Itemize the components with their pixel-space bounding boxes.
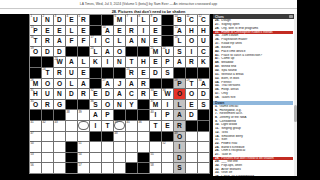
grid-cell[interactable]: 31H [30, 89, 41, 99]
grid-cell[interactable]: 10B [174, 15, 185, 25]
black-square [102, 68, 113, 78]
grid-cell[interactable]: 3D [54, 15, 65, 25]
clue-item[interactable]: 58. Takes five [213, 96, 293, 100]
clue-item[interactable]: 34. Clean, as a whiteboard [213, 175, 293, 176]
black-square [30, 57, 41, 67]
black-square [114, 110, 125, 120]
cell-number: 54 [78, 153, 81, 156]
grid-cell[interactable] [126, 142, 137, 152]
grid-cell[interactable]: T [150, 121, 161, 131]
grid-cell[interactable]: 30A [198, 79, 209, 89]
grid-cell[interactable]: T [102, 121, 113, 131]
cell-letter: U [201, 38, 206, 45]
grid-cell[interactable]: R [42, 100, 53, 110]
grid-cell[interactable]: 41 [30, 121, 41, 131]
cell-letter: R [177, 123, 182, 130]
grid-cell[interactable] [186, 132, 197, 142]
cell-letter: I [167, 102, 169, 109]
cell-letter: I [143, 28, 145, 35]
grid-cell[interactable]: D [198, 89, 209, 99]
grid-cell[interactable]: P [162, 57, 173, 67]
grid-cell[interactable]: L [66, 79, 77, 89]
grid-cell[interactable]: K [198, 57, 209, 67]
cell-letter: O [189, 91, 194, 98]
cell-letter: Y [129, 102, 133, 109]
cell-letter: N [117, 102, 122, 109]
cell-letter: J [118, 81, 122, 88]
black-square [198, 110, 209, 120]
cell-number: 17 [90, 36, 93, 39]
panel-menu-icon[interactable] [289, 15, 293, 18]
black-square [54, 110, 65, 120]
title-bar: LA Times, Wed, Jul 3, 2024 (Volume 5 (be… [0, 0, 297, 9]
black-square [30, 110, 41, 120]
grid-cell[interactable] [138, 132, 149, 142]
cell-letter: I [95, 123, 97, 130]
grid-cell[interactable]: I [90, 121, 101, 131]
grid-cell[interactable] [198, 142, 209, 152]
cell-letter: R [141, 91, 146, 98]
cell-number: 57 [78, 164, 81, 167]
cell-letter: T [45, 70, 49, 77]
cell-number: 36 [90, 100, 93, 103]
cell-letter: N [117, 59, 122, 66]
grid-cell[interactable]: T [126, 57, 137, 67]
cell-number: 19 [30, 47, 33, 50]
cell-number: 3 [54, 15, 56, 18]
cell-number: 15 [174, 26, 177, 29]
cell-letter: H [141, 59, 146, 66]
grid-cell[interactable]: 38 [66, 110, 77, 120]
cell-letter: R [57, 70, 62, 77]
grid-cell[interactable] [102, 163, 113, 173]
grid-cell[interactable]: N [138, 36, 149, 46]
grid-cell[interactable]: F [78, 36, 89, 46]
grid-cell[interactable] [114, 142, 125, 152]
cell-number: 51 [78, 142, 81, 145]
grid-cell[interactable]: H [138, 57, 149, 67]
grid-cell[interactable]: 5R [78, 15, 89, 25]
grid-cell[interactable]: 25R [126, 68, 137, 78]
grid-cell[interactable]: 9D [150, 15, 161, 25]
grid-cell[interactable]: E [150, 26, 161, 36]
grid-cell[interactable]: 14A [102, 26, 113, 36]
grid-cell[interactable]: 6M [114, 15, 125, 25]
cell-number: 45 [126, 121, 129, 124]
cell-letter: H [33, 91, 38, 98]
grid-cell[interactable]: A [102, 47, 113, 57]
cell-letter: O [117, 49, 122, 56]
black-square [66, 163, 77, 173]
grid-cell[interactable]: 35O [30, 100, 41, 110]
cell-letter: R [45, 102, 50, 109]
grid-cell[interactable]: 27A [102, 79, 113, 89]
grid-cell[interactable]: I [162, 100, 173, 110]
grid-cell[interactable]: 12C [198, 15, 209, 25]
grid-cell[interactable] [162, 153, 173, 163]
cell-letter: E [153, 91, 157, 98]
cell-letter: U [33, 17, 38, 24]
grid-cell[interactable]: U [198, 36, 209, 46]
grid-cell[interactable] [198, 132, 209, 142]
grid-cell[interactable]: A [174, 110, 185, 120]
grid-cell[interactable]: F [66, 36, 77, 46]
grid-cell[interactable] [66, 121, 77, 131]
cell-number: 4 [66, 15, 68, 18]
grid-cell[interactable]: 11C [186, 15, 197, 25]
grid-cell[interactable]: R [186, 57, 197, 67]
grid-cell[interactable] [54, 132, 65, 142]
grid-cell[interactable]: D [150, 68, 161, 78]
cell-number: 16 [30, 36, 33, 39]
cell-number: 1 [30, 15, 32, 18]
grid-cell[interactable]: A [90, 110, 101, 120]
cell-letter: E [165, 123, 169, 130]
grid-cell[interactable]: S [174, 47, 185, 57]
grid-cell[interactable]: A [54, 36, 65, 46]
grid-cell[interactable]: R [138, 89, 149, 99]
cell-letter: R [81, 17, 86, 24]
grid-cell[interactable] [162, 163, 173, 173]
grid-cell[interactable]: O [102, 100, 113, 110]
grid-cell[interactable]: L [66, 26, 77, 36]
cell-number: 52 [162, 142, 165, 145]
cell-number: 27 [102, 79, 105, 82]
clue-panel-header-label: Clues [213, 15, 224, 19]
grid-cell[interactable]: E [162, 121, 173, 131]
grid-cell[interactable]: A [114, 89, 125, 99]
black-square [198, 121, 209, 131]
cell-letter: D [45, 49, 50, 56]
grid-cell[interactable]: R [78, 89, 89, 99]
grid-cell[interactable]: A [78, 79, 89, 89]
cell-letter: U [45, 91, 50, 98]
grid-cell[interactable]: 8L [138, 15, 149, 25]
clue-panel[interactable]: Clues 26. Dough27. Slightly open28. Org.… [213, 14, 297, 176]
grid-cell[interactable]: E [150, 57, 161, 67]
grid-cell[interactable]: E [54, 26, 65, 36]
grid-cell[interactable]: R [138, 79, 149, 89]
grid-cell[interactable] [198, 153, 209, 163]
grid-cell[interactable]: 48 [114, 132, 125, 142]
grid-cell[interactable]: 47 [30, 132, 41, 142]
grid-cell[interactable] [102, 153, 113, 163]
grid-cell[interactable] [42, 142, 53, 152]
grid-cell[interactable]: R [126, 26, 137, 36]
crossword-grid[interactable]: 1U2N3D4E5R6M7I8L9D10B11C12C13PEELE14AERI… [29, 14, 210, 174]
cell-letter: A [129, 81, 134, 88]
grid-cell[interactable] [138, 142, 149, 152]
grid-cell[interactable]: O [114, 47, 125, 57]
grid-cell[interactable] [114, 163, 125, 173]
grid-cell[interactable]: 51 [78, 142, 89, 152]
black-square [90, 79, 101, 89]
grid-cell[interactable]: K [90, 57, 101, 67]
black-square [90, 15, 101, 25]
grid-cell[interactable]: E [114, 26, 125, 36]
grid-cell[interactable] [114, 153, 125, 163]
grid-cell[interactable]: 43 [54, 121, 65, 131]
grid-cell[interactable]: P [162, 110, 173, 120]
grid-cell[interactable]: D [174, 153, 185, 163]
cell-number: 48 [114, 132, 117, 135]
grid-cell[interactable]: 36S [90, 100, 101, 110]
cell-letter: L [69, 81, 73, 88]
grid-cell[interactable]: 29T [186, 79, 197, 89]
cell-number: 41 [30, 121, 33, 124]
cell-letter: E [57, 28, 61, 35]
grid-cell[interactable]: U [66, 68, 77, 78]
cell-letter: A [93, 112, 98, 119]
grid-cell[interactable]: O [174, 89, 185, 99]
grid-cell[interactable] [54, 142, 65, 152]
grid-cell[interactable]: 53 [30, 153, 41, 163]
grid-cell[interactable] [198, 163, 209, 173]
grid-cell[interactable]: E [78, 26, 89, 36]
cell-number: 32 [90, 89, 93, 92]
grid-cell[interactable] [126, 153, 137, 163]
cell-number: 43 [54, 121, 57, 124]
grid-cell[interactable]: D [54, 47, 65, 57]
grid-cell[interactable]: Y [126, 100, 137, 110]
cell-letter: L [117, 38, 121, 45]
grid-cell[interactable]: N [54, 89, 65, 99]
grid-cell[interactable]: 21M [150, 47, 161, 57]
cell-letter: E [93, 91, 97, 98]
cell-letter: L [177, 102, 181, 109]
grid-cell[interactable]: L [174, 100, 185, 110]
grid-cell[interactable]: 2N [42, 15, 53, 25]
cell-letter: C [129, 91, 134, 98]
grid-cell[interactable] [186, 153, 197, 163]
grid-cell[interactable]: 34W [162, 89, 173, 99]
cell-number: 44 [114, 121, 117, 124]
cell-letter: L [93, 49, 97, 56]
grid-cell[interactable]: 44 [114, 121, 125, 131]
grid-cell[interactable]: S [174, 163, 185, 173]
grid-cell[interactable]: E [138, 68, 149, 78]
grid-cell[interactable]: D [186, 110, 197, 120]
cell-number: 47 [30, 132, 33, 135]
cell-number: 5 [78, 15, 80, 18]
cell-number: 22 [162, 47, 165, 50]
black-square [198, 68, 209, 78]
grid-cell[interactable]: 15A [174, 26, 185, 36]
grid-cell[interactable]: O [42, 79, 53, 89]
cell-letter: L [177, 38, 181, 45]
black-square [138, 163, 149, 173]
grid-cell[interactable]: 54 [78, 153, 89, 163]
grid-cell[interactable]: 7I [126, 15, 137, 25]
grid-cell[interactable]: O [54, 79, 65, 89]
cell-letter: E [189, 102, 193, 109]
black-square [174, 68, 185, 78]
grid-cell[interactable] [42, 153, 53, 163]
grid-cell[interactable]: 17I [90, 36, 101, 46]
grid-cell[interactable] [90, 142, 101, 152]
grid-cell[interactable]: I [186, 47, 197, 57]
grid-cell[interactable]: 50 [30, 142, 41, 152]
grid-cell[interactable]: N [114, 57, 125, 67]
grid-cell[interactable]: D [66, 89, 77, 99]
grid-cell[interactable]: H [198, 26, 209, 36]
cell-number: 14 [102, 26, 105, 29]
grid-cell[interactable]: A [174, 57, 185, 67]
cell-letter: D [57, 17, 62, 24]
cell-letter: N [141, 38, 146, 45]
grid-cell[interactable]: D [102, 89, 113, 99]
black-square [138, 110, 149, 120]
grid-cell[interactable] [78, 121, 89, 131]
grid-cell[interactable] [186, 142, 197, 152]
grid-cell[interactable]: C [102, 36, 113, 46]
grid-cell[interactable]: L [114, 36, 125, 46]
cell-letter: D [153, 17, 158, 24]
grid-cell[interactable]: 16T [30, 36, 41, 46]
clue-list-scrollbar[interactable] [294, 14, 298, 176]
grid-cell[interactable]: 40I [150, 110, 161, 120]
grid-cell[interactable]: 55 [150, 153, 161, 163]
grid-cell[interactable]: E [78, 68, 89, 78]
cell-letter: S [177, 49, 181, 56]
grid-cell[interactable]: J [114, 79, 125, 89]
cell-letter: E [81, 28, 85, 35]
grid-cell[interactable]: S [162, 68, 173, 78]
grid-cell[interactable]: 1U [30, 15, 41, 25]
cell-number: 12 [198, 15, 201, 18]
grid-cell[interactable]: 26M [30, 79, 41, 89]
grid-cell[interactable]: 18L [174, 36, 185, 46]
grid-cell[interactable]: 28P [174, 79, 185, 89]
grid-cell[interactable]: I [138, 26, 149, 36]
grid-cell[interactable] [54, 163, 65, 173]
cell-letter: I [191, 49, 193, 56]
grid-cell[interactable] [66, 132, 77, 142]
grid-cell[interactable]: 45 [126, 121, 137, 131]
grid-cell[interactable]: 33E [150, 89, 161, 99]
cell-number: 2 [42, 15, 44, 18]
grid-cell[interactable]: C [126, 89, 137, 99]
grid-cell[interactable]: R [42, 36, 53, 46]
grid-cell[interactable]: 37M [150, 100, 161, 110]
cell-letter: E [81, 70, 85, 77]
grid-cell[interactable]: R [174, 121, 185, 131]
grid-cell[interactable]: N [114, 100, 125, 110]
cell-number: 29 [186, 79, 189, 82]
grid-cell[interactable]: A [126, 79, 137, 89]
grid-cell[interactable]: A [126, 36, 137, 46]
cell-letter: D [69, 91, 74, 98]
grid-cell[interactable]: P [102, 110, 113, 120]
grid-cell[interactable] [54, 153, 65, 163]
grid-cell[interactable] [78, 132, 89, 142]
grid-cell[interactable]: 39 [78, 110, 89, 120]
cell-number: 24 [42, 68, 45, 71]
grid-cell[interactable]: E [186, 100, 197, 110]
grid-cell[interactable]: U [42, 89, 53, 99]
grid-cell[interactable]: 22U [162, 47, 173, 57]
grid-cell[interactable]: 13P [30, 26, 41, 36]
title-text: LA Times, Wed, Jul 3, 2024 (Volume 5 (be… [80, 2, 217, 6]
grid-cell[interactable]: H [186, 26, 197, 36]
grid-cell[interactable] [42, 163, 53, 173]
grid-cell[interactable]: 58 [150, 163, 161, 173]
across-clue-list[interactable]: 26. Dough27. Slightly open28. Org. with … [213, 19, 293, 100]
cell-letter: L [141, 17, 145, 24]
grid-cell[interactable]: 32E [90, 89, 101, 99]
grid-cell[interactable]: A [66, 57, 77, 67]
grid-cell[interactable] [150, 142, 161, 152]
grid-cell[interactable]: I [102, 57, 113, 67]
grid-cell[interactable]: E [150, 36, 161, 46]
grid-cell[interactable] [126, 132, 137, 142]
grid-cell[interactable]: R [54, 68, 65, 78]
grid-cell[interactable]: I [174, 142, 185, 152]
cell-number: 10 [174, 15, 177, 18]
grid-cell[interactable]: 49O [174, 132, 185, 142]
cell-number: 13 [30, 26, 33, 29]
cell-letter: E [45, 28, 49, 35]
black-square [66, 153, 77, 163]
cell-letter: A [177, 59, 182, 66]
grid-cell[interactable] [186, 163, 197, 173]
grid-cell[interactable]: O [186, 36, 197, 46]
black-square [162, 26, 173, 36]
cell-letter: N [45, 17, 50, 24]
grid-cell[interactable] [90, 163, 101, 173]
cell-letter: E [117, 28, 121, 35]
cell-number: 8 [138, 15, 140, 18]
cell-letter: O [189, 38, 194, 45]
grid-cell[interactable] [90, 153, 101, 163]
black-square [42, 57, 53, 67]
down-clue-list[interactable]: 5. Game official6. Honeydew, e.g.7. Reti… [213, 105, 293, 176]
grid-cell[interactable]: S [198, 100, 209, 110]
grid-cell[interactable]: G [54, 100, 65, 110]
grid-cell[interactable] [102, 142, 113, 152]
grid-cell[interactable]: 23W [54, 57, 65, 67]
cell-letter: E [153, 28, 157, 35]
grid-cell[interactable]: 19O [30, 47, 41, 57]
cell-letter: T [189, 81, 193, 88]
grid-cell[interactable]: 20L [90, 47, 101, 57]
grid-cell[interactable]: L [78, 57, 89, 67]
grid-cell[interactable]: E [42, 26, 53, 36]
cell-number: 7 [126, 15, 128, 18]
grid-cell[interactable]: O [186, 89, 197, 99]
black-square [66, 100, 77, 110]
grid-cell[interactable]: 57 [78, 163, 89, 173]
grid-cell[interactable] [42, 132, 53, 142]
grid-cell[interactable]: 42 [42, 121, 53, 131]
cell-number: 46 [138, 121, 141, 124]
grid-cell[interactable]: 56 [30, 163, 41, 173]
black-square [162, 15, 173, 25]
grid-cell[interactable]: 4E [66, 15, 77, 25]
grid-cell[interactable]: C [198, 47, 209, 57]
scrollbar-thumb[interactable] [294, 105, 297, 122]
cell-letter: U [69, 70, 74, 77]
black-square [138, 47, 149, 57]
cell-letter: O [105, 102, 110, 109]
black-square [126, 47, 137, 57]
grid-cell[interactable]: 46 [138, 121, 149, 131]
cell-letter: R [81, 91, 86, 98]
grid-cell[interactable]: 24T [42, 68, 53, 78]
black-square [102, 15, 113, 25]
grid-cell[interactable]: D [42, 47, 53, 57]
grid-cell[interactable]: 52 [162, 142, 173, 152]
